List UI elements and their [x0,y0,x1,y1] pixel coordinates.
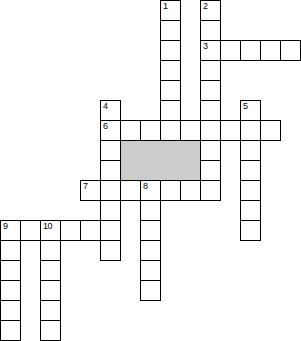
cell-r9c4[interactable]: 7 [80,180,101,201]
cell-r2c14[interactable] [280,40,301,61]
cell-r2c8[interactable] [160,40,181,61]
cell-r3c8[interactable] [160,60,181,81]
cell-r7c12[interactable] [240,140,261,161]
cell-r6c10[interactable] [200,120,221,141]
cell-r0c8[interactable]: 1 [160,0,181,21]
cell-r8c5[interactable] [100,160,121,181]
cell-r12c5[interactable] [100,240,121,261]
cell-r11c4[interactable] [80,220,101,241]
cell-r6c9[interactable] [180,120,201,141]
cell-r14c2[interactable] [40,280,61,301]
cell-r12c7[interactable] [140,240,161,261]
cell-r13c7[interactable] [140,260,161,281]
cell-r5c10[interactable] [200,100,221,121]
cell-r8c12[interactable] [240,160,261,181]
cell-r15c0[interactable] [0,300,21,321]
clue-number-1: 1 [163,1,168,11]
cell-r2c13[interactable] [260,40,281,61]
cell-r5c12[interactable]: 5 [240,100,261,121]
clue-number-4: 4 [103,101,108,111]
cell-r13c2[interactable] [40,260,61,281]
crossword-board: 12345678910 [0,0,301,341]
cell-r11c0[interactable]: 9 [0,220,21,241]
cell-r2c10[interactable]: 3 [200,40,221,61]
cell-r6c5[interactable]: 6 [100,120,121,141]
cell-r11c12[interactable] [240,220,261,241]
cell-r1c10[interactable] [200,20,221,41]
cell-r11c5[interactable] [100,220,121,241]
cell-r16c2[interactable] [40,320,61,341]
image-placeholder-block [120,140,201,181]
clue-number-10: 10 [43,221,52,231]
cell-r12c2[interactable] [40,240,61,261]
clue-number-3: 3 [203,41,208,51]
cell-r6c6[interactable] [120,120,141,141]
cell-r14c0[interactable] [0,280,21,301]
cell-r9c6[interactable] [120,180,141,201]
clue-number-7: 7 [83,181,88,191]
cell-r15c2[interactable] [40,300,61,321]
clue-number-8: 8 [143,181,148,191]
cell-r9c9[interactable] [180,180,201,201]
cell-r12c0[interactable] [0,240,21,261]
cell-r7c10[interactable] [200,140,221,161]
cell-r5c5[interactable]: 4 [100,100,121,121]
cell-r11c3[interactable] [60,220,81,241]
cell-r6c7[interactable] [140,120,161,141]
cell-r5c8[interactable] [160,100,181,121]
cell-r10c12[interactable] [240,200,261,221]
cell-r6c8[interactable] [160,120,181,141]
cell-r11c1[interactable] [20,220,41,241]
cell-r2c12[interactable] [240,40,261,61]
cell-r6c12[interactable] [240,120,261,141]
cell-r10c5[interactable] [100,200,121,221]
cell-r6c11[interactable] [220,120,241,141]
clue-number-5: 5 [243,101,248,111]
cell-r6c13[interactable] [260,120,281,141]
cell-r11c7[interactable] [140,220,161,241]
cell-r16c0[interactable] [0,320,21,341]
cell-r7c5[interactable] [100,140,121,161]
clue-number-2: 2 [203,1,208,11]
cell-r9c8[interactable] [160,180,181,201]
cell-r11c2[interactable]: 10 [40,220,61,241]
cell-r9c7[interactable]: 8 [140,180,161,201]
cell-r2c11[interactable] [220,40,241,61]
clue-number-9: 9 [3,221,8,231]
cell-r3c10[interactable] [200,60,221,81]
cell-r4c8[interactable] [160,80,181,101]
cell-r8c10[interactable] [200,160,221,181]
cell-r9c10[interactable] [200,180,221,201]
cell-r9c12[interactable] [240,180,261,201]
cell-r0c10[interactable]: 2 [200,0,221,21]
clue-number-6: 6 [103,121,108,131]
cell-r10c7[interactable] [140,200,161,221]
cell-r1c8[interactable] [160,20,181,41]
cell-r13c0[interactable] [0,260,21,281]
cell-r9c5[interactable] [100,180,121,201]
cell-r14c7[interactable] [140,280,161,301]
cell-r4c10[interactable] [200,80,221,101]
